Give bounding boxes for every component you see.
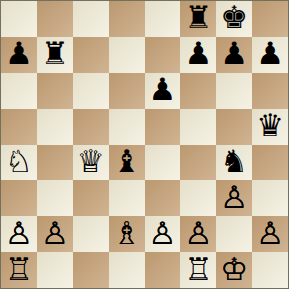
square-h2[interactable]: ♙ <box>252 216 288 252</box>
square-e3[interactable] <box>145 180 181 216</box>
square-a1[interactable]: ♖ <box>1 252 37 288</box>
square-b3[interactable] <box>37 180 73 216</box>
square-h6[interactable] <box>252 73 288 109</box>
square-g7[interactable]: ♟ <box>216 37 252 73</box>
square-e5[interactable] <box>145 109 181 145</box>
square-d2[interactable]: ♗ <box>109 216 145 252</box>
square-g2[interactable] <box>216 216 252 252</box>
piece-white-pawn[interactable]: ♙ <box>41 218 69 249</box>
piece-white-bishop[interactable]: ♗ <box>113 218 141 249</box>
square-e6[interactable]: ♟ <box>145 73 181 109</box>
square-d8[interactable] <box>109 1 145 37</box>
piece-black-rook[interactable]: ♜ <box>41 38 69 69</box>
square-a3[interactable] <box>1 180 37 216</box>
square-c2[interactable] <box>73 216 109 252</box>
square-d4[interactable]: ♝ <box>109 145 145 181</box>
square-b5[interactable] <box>37 109 73 145</box>
piece-white-pawn[interactable]: ♙ <box>256 218 284 249</box>
square-c5[interactable] <box>73 109 109 145</box>
piece-white-queen[interactable]: ♕ <box>77 146 105 177</box>
square-b7[interactable]: ♜ <box>37 37 73 73</box>
square-f3[interactable] <box>180 180 216 216</box>
square-d7[interactable] <box>109 37 145 73</box>
square-g5[interactable] <box>216 109 252 145</box>
square-b6[interactable] <box>37 73 73 109</box>
piece-black-knight[interactable]: ♞ <box>220 146 248 177</box>
chess-board-frame: ♜♚♟♜♟♟♟♟♛♘♕♝♞♙♙♙♗♙♙♙♖♖♔ <box>0 0 289 289</box>
square-g1[interactable]: ♔ <box>216 252 252 288</box>
square-c3[interactable] <box>73 180 109 216</box>
square-d5[interactable] <box>109 109 145 145</box>
square-h5[interactable]: ♛ <box>252 109 288 145</box>
piece-white-pawn[interactable]: ♙ <box>184 218 212 249</box>
square-c7[interactable] <box>73 37 109 73</box>
square-b2[interactable]: ♙ <box>37 216 73 252</box>
square-f5[interactable] <box>180 109 216 145</box>
square-a8[interactable] <box>1 1 37 37</box>
square-f7[interactable]: ♟ <box>180 37 216 73</box>
square-f2[interactable]: ♙ <box>180 216 216 252</box>
piece-black-pawn[interactable]: ♟ <box>5 38 33 69</box>
piece-black-pawn[interactable]: ♟ <box>184 38 212 69</box>
square-c1[interactable] <box>73 252 109 288</box>
square-e8[interactable] <box>145 1 181 37</box>
square-e4[interactable] <box>145 145 181 181</box>
square-f1[interactable]: ♖ <box>180 252 216 288</box>
square-c8[interactable] <box>73 1 109 37</box>
square-g4[interactable]: ♞ <box>216 145 252 181</box>
square-h3[interactable] <box>252 180 288 216</box>
piece-black-king[interactable]: ♚ <box>220 2 248 33</box>
square-f8[interactable]: ♜ <box>180 1 216 37</box>
piece-white-pawn[interactable]: ♙ <box>5 218 33 249</box>
square-a2[interactable]: ♙ <box>1 216 37 252</box>
square-b1[interactable] <box>37 252 73 288</box>
square-c6[interactable] <box>73 73 109 109</box>
piece-black-pawn[interactable]: ♟ <box>256 38 284 69</box>
piece-white-pawn[interactable]: ♙ <box>220 182 248 213</box>
chess-board[interactable]: ♜♚♟♜♟♟♟♟♛♘♕♝♞♙♙♙♗♙♙♙♖♖♔ <box>1 1 288 288</box>
square-a6[interactable] <box>1 73 37 109</box>
square-c4[interactable]: ♕ <box>73 145 109 181</box>
square-g3[interactable]: ♙ <box>216 180 252 216</box>
square-h8[interactable] <box>252 1 288 37</box>
square-f6[interactable] <box>180 73 216 109</box>
square-b8[interactable] <box>37 1 73 37</box>
square-e7[interactable] <box>145 37 181 73</box>
square-e2[interactable]: ♙ <box>145 216 181 252</box>
square-h7[interactable]: ♟ <box>252 37 288 73</box>
square-f4[interactable] <box>180 145 216 181</box>
piece-black-rook[interactable]: ♜ <box>184 2 212 33</box>
square-g8[interactable]: ♚ <box>216 1 252 37</box>
square-d6[interactable] <box>109 73 145 109</box>
piece-white-rook[interactable]: ♖ <box>5 254 33 285</box>
square-b4[interactable] <box>37 145 73 181</box>
square-h1[interactable] <box>252 252 288 288</box>
piece-white-knight[interactable]: ♘ <box>5 146 33 177</box>
square-h4[interactable] <box>252 145 288 181</box>
piece-white-rook[interactable]: ♖ <box>184 254 212 285</box>
piece-white-pawn[interactable]: ♙ <box>149 218 177 249</box>
square-d3[interactable] <box>109 180 145 216</box>
square-a5[interactable] <box>1 109 37 145</box>
square-g6[interactable] <box>216 73 252 109</box>
piece-black-pawn[interactable]: ♟ <box>149 74 177 105</box>
square-e1[interactable] <box>145 252 181 288</box>
piece-white-king[interactable]: ♔ <box>220 254 248 285</box>
square-a7[interactable]: ♟ <box>1 37 37 73</box>
piece-black-pawn[interactable]: ♟ <box>220 38 248 69</box>
square-a4[interactable]: ♘ <box>1 145 37 181</box>
square-d1[interactable] <box>109 252 145 288</box>
piece-black-queen[interactable]: ♛ <box>256 110 284 141</box>
piece-black-bishop[interactable]: ♝ <box>113 146 141 177</box>
